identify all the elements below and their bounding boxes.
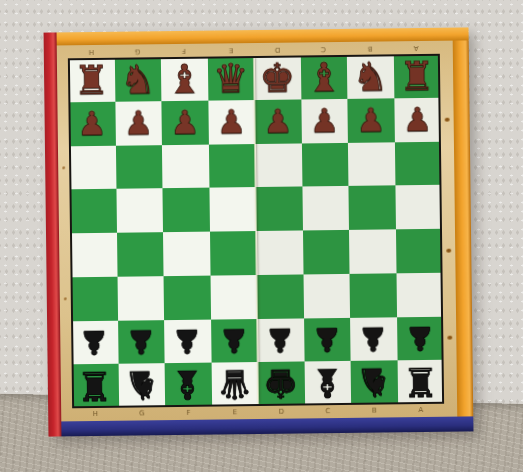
frame-rail-left (60, 321, 72, 365)
file-label-text: A (414, 44, 419, 51)
file-label-top: C (300, 42, 347, 56)
square-b5[interactable] (116, 188, 163, 232)
square-d4[interactable] (209, 231, 256, 275)
black-pawn[interactable]: ♟ (359, 322, 389, 355)
file-label-text: F (186, 410, 190, 417)
brown-bishop[interactable]: ♝ (306, 57, 342, 97)
square-g1[interactable]: ♞ (351, 361, 398, 405)
brown-rook[interactable]: ♜ (399, 56, 435, 96)
square-h4[interactable] (395, 229, 442, 273)
file-label-top: B (347, 41, 394, 55)
square-d8[interactable]: ♛ (207, 56, 254, 100)
frame-rail-right (443, 316, 457, 360)
file-label-text: G (139, 410, 145, 417)
square-f8[interactable]: ♝ (300, 55, 347, 99)
square-f2[interactable]: ♟ (304, 317, 351, 361)
square-e3[interactable] (257, 274, 304, 318)
square-g7[interactable]: ♟ (347, 98, 394, 142)
square-a3[interactable] (71, 276, 118, 320)
square-f4[interactable] (302, 230, 349, 274)
frame-rail-right (442, 229, 456, 273)
square-d2[interactable]: ♟ (211, 319, 258, 363)
frame-rail-left (60, 277, 72, 321)
square-g5[interactable] (348, 186, 395, 230)
frame-corner-top-right (440, 41, 453, 54)
wood-knot (64, 297, 67, 300)
brown-pawn[interactable]: ♟ (216, 105, 246, 138)
square-h7[interactable]: ♟ (394, 98, 441, 142)
square-e1[interactable]: ♚ (258, 362, 305, 406)
black-queen[interactable]: ♛ (216, 364, 252, 404)
frame-corner-top-left (57, 45, 68, 58)
file-label-bottom: E (212, 406, 259, 420)
file-label-text: D (274, 46, 279, 53)
black-rook[interactable]: ♜ (402, 362, 438, 402)
square-a5[interactable] (69, 189, 116, 233)
black-pawn[interactable]: ♟ (312, 323, 342, 356)
square-d1[interactable]: ♛ (211, 362, 258, 406)
square-f3[interactable] (303, 274, 350, 318)
scene: HGFEDCBA♜♞♝♛♚♝♞♜♟♟♟♟♟♟♟♟♟♟♟♟♟♟♟♟♜♞♝♛♚♝♞♜… (0, 0, 523, 472)
black-pawn[interactable]: ♟ (80, 326, 110, 359)
file-label-top: A (393, 41, 440, 55)
square-f7[interactable]: ♟ (301, 99, 348, 143)
frame-rail-left (58, 190, 70, 234)
square-h8[interactable]: ♜ (393, 54, 440, 98)
file-label-top: F (161, 44, 208, 58)
file-label-text: B (372, 408, 377, 415)
file-label-text: H (93, 411, 98, 418)
square-b2[interactable]: ♟ (118, 320, 165, 364)
file-label-bottom: G (119, 407, 166, 421)
square-b6[interactable] (115, 145, 162, 189)
square-e6[interactable] (255, 143, 302, 187)
board-wooden-frame: HGFEDCBA♜♞♝♛♚♝♞♜♟♟♟♟♟♟♟♟♟♟♟♟♟♟♟♟♜♞♝♛♚♝♞♜… (57, 41, 458, 422)
square-e4[interactable] (256, 230, 303, 274)
square-c6[interactable] (162, 144, 209, 188)
square-a1[interactable]: ♜ (72, 364, 119, 408)
black-rook[interactable]: ♜ (77, 366, 113, 406)
square-c4[interactable] (163, 232, 210, 276)
file-label-bottom: A (398, 404, 445, 418)
file-label-text: E (233, 409, 238, 416)
square-f6[interactable] (301, 142, 348, 186)
black-pawn[interactable]: ♟ (405, 322, 435, 355)
square-b8[interactable]: ♞ (114, 57, 161, 101)
square-e7[interactable]: ♟ (254, 99, 301, 143)
square-e2[interactable]: ♟ (257, 318, 304, 362)
square-e5[interactable] (255, 187, 302, 231)
file-label-top: G (114, 44, 161, 58)
file-label-text: G (135, 47, 141, 54)
square-c5[interactable] (162, 188, 209, 232)
brown-rook[interactable]: ♜ (73, 60, 109, 100)
frame-corner-bottom-right (444, 404, 457, 417)
square-d3[interactable] (210, 275, 257, 319)
brown-knight[interactable]: ♞ (352, 56, 388, 96)
brown-queen[interactable]: ♛ (213, 58, 249, 98)
brown-pawn[interactable]: ♟ (263, 105, 293, 138)
frame-rail-right (444, 360, 458, 404)
frame-rail-right (440, 97, 454, 141)
square-g4[interactable] (349, 229, 396, 273)
square-c3[interactable] (164, 275, 211, 319)
frame-rail-left (58, 146, 70, 190)
square-a8[interactable]: ♜ (68, 58, 115, 102)
brown-pawn[interactable]: ♟ (309, 104, 339, 137)
file-label-text: C (321, 45, 326, 52)
brown-pawn[interactable]: ♟ (402, 103, 432, 136)
square-d6[interactable] (208, 144, 255, 188)
black-pawn[interactable]: ♟ (219, 324, 249, 357)
frame-rail-right (440, 54, 454, 98)
file-label-text: B (368, 45, 373, 52)
square-h6[interactable] (394, 141, 441, 185)
file-label-bottom: C (305, 405, 352, 419)
square-g6[interactable] (348, 142, 395, 186)
file-label-text: A (418, 407, 423, 414)
square-h1[interactable]: ♜ (397, 360, 444, 404)
brown-pawn[interactable]: ♟ (123, 106, 153, 139)
wood-knot (447, 336, 452, 340)
brown-pawn[interactable]: ♟ (356, 104, 386, 137)
frame-rail-right (441, 141, 455, 185)
square-d5[interactable] (209, 187, 256, 231)
black-knight[interactable]: ♞ (356, 363, 392, 403)
wood-knot (446, 249, 451, 253)
file-label-text: D (279, 409, 284, 416)
square-b1[interactable]: ♞ (118, 363, 165, 407)
black-king[interactable]: ♚ (263, 364, 299, 404)
square-h2[interactable]: ♟ (397, 316, 444, 360)
square-c1[interactable]: ♝ (165, 363, 212, 407)
brown-pawn[interactable]: ♟ (170, 106, 200, 139)
file-label-bottom: F (165, 407, 212, 421)
wood-knot (445, 117, 450, 121)
black-knight[interactable]: ♞ (123, 365, 159, 405)
square-b3[interactable] (117, 276, 164, 320)
brown-pawn[interactable]: ♟ (77, 107, 107, 140)
file-label-top: D (254, 42, 301, 56)
frame-rail-left (61, 365, 73, 409)
brown-bishop[interactable]: ♝ (166, 59, 202, 99)
square-g3[interactable] (350, 273, 397, 317)
square-c2[interactable]: ♟ (164, 319, 211, 363)
square-a4[interactable] (70, 233, 117, 277)
frame-rail-right (441, 185, 455, 229)
square-g2[interactable]: ♟ (350, 317, 397, 361)
wood-knot (62, 166, 65, 169)
file-label-bottom: H (72, 408, 119, 422)
file-label-bottom: D (258, 405, 305, 419)
square-b4[interactable] (116, 232, 163, 276)
square-h3[interactable] (396, 273, 443, 317)
file-label-text: C (325, 408, 330, 415)
file-label-text: H (88, 48, 93, 55)
file-label-top: H (68, 45, 115, 59)
chess-board: HGFEDCBA♜♞♝♛♚♝♞♜♟♟♟♟♟♟♟♟♟♟♟♟♟♟♟♟♜♞♝♛♚♝♞♜… (44, 27, 474, 436)
brown-king[interactable]: ♚ (259, 57, 295, 97)
file-label-top: E (207, 43, 254, 57)
square-h5[interactable] (395, 185, 442, 229)
frame-rail-left (59, 233, 71, 277)
square-f1[interactable]: ♝ (304, 361, 351, 405)
black-bishop[interactable]: ♝ (170, 365, 206, 405)
square-a2[interactable]: ♟ (71, 320, 118, 364)
square-g8[interactable]: ♞ (347, 54, 394, 98)
frame-rail-left (57, 102, 69, 146)
frame-rail-right (443, 272, 457, 316)
brown-knight[interactable]: ♞ (120, 59, 156, 99)
square-c8[interactable]: ♝ (161, 57, 208, 101)
black-pawn[interactable]: ♟ (173, 325, 203, 358)
black-pawn[interactable]: ♟ (126, 325, 156, 358)
square-b7[interactable]: ♟ (115, 101, 162, 145)
frame-corner-bottom-left (61, 408, 72, 421)
square-a7[interactable]: ♟ (68, 101, 115, 145)
square-e8[interactable]: ♚ (254, 55, 301, 99)
file-label-bottom: B (351, 404, 398, 418)
black-pawn[interactable]: ♟ (266, 323, 296, 356)
file-label-text: F (182, 47, 186, 54)
frame-rail-left (57, 58, 69, 102)
square-a6[interactable] (69, 145, 116, 189)
square-f5[interactable] (302, 186, 349, 230)
file-label-text: E (228, 46, 233, 53)
square-d7[interactable]: ♟ (208, 100, 255, 144)
square-c7[interactable]: ♟ (161, 100, 208, 144)
black-bishop[interactable]: ♝ (309, 363, 345, 403)
